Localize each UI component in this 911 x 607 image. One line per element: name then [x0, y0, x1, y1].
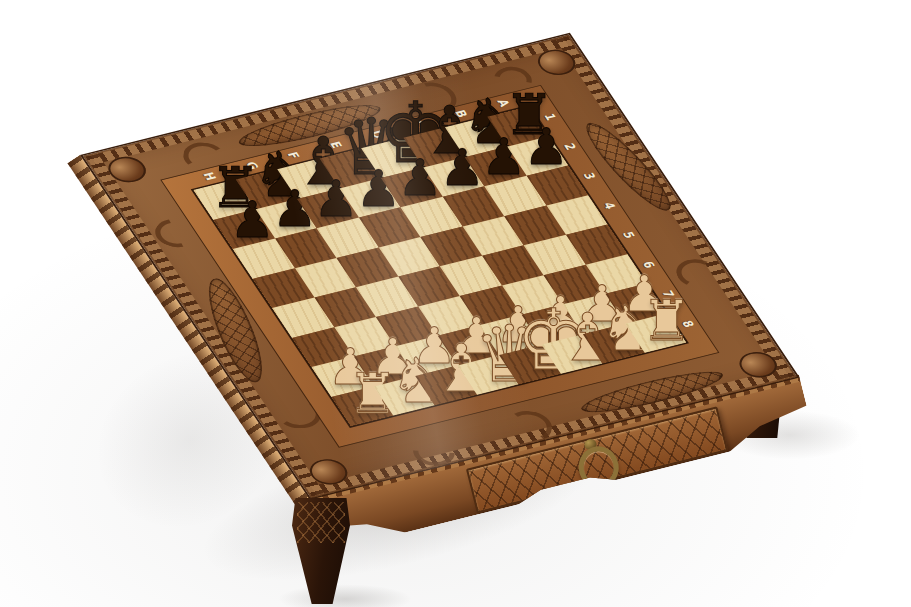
file-label: B [449, 105, 473, 123]
scene-chess-table-photo: HGFEDCBA12345678 ♜♞♝♛♚♝♞♜♟♟♟♟♟♟♟♟♟♟♟♟♟♟♟… [0, 0, 911, 607]
file-label: F [282, 146, 306, 164]
file-label: D [365, 126, 389, 144]
rank-label: 8 [676, 314, 700, 332]
rank-label: 5 [617, 226, 641, 244]
rank-label: 3 [578, 167, 602, 185]
file-label: E [323, 136, 347, 154]
file-label: A [491, 94, 515, 112]
rank-label: 6 [637, 255, 661, 273]
file-label: H [198, 167, 222, 185]
rank-label: 7 [656, 285, 680, 303]
rank-label: 4 [597, 196, 621, 214]
rank-label: 2 [558, 137, 582, 155]
rank-label: 1 [538, 108, 562, 126]
